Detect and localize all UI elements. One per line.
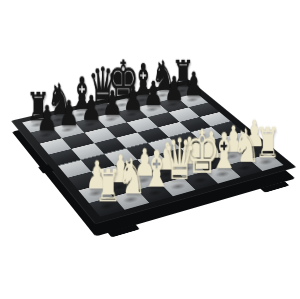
square-a1[interactable]: ♜ bbox=[89, 196, 125, 216]
chess-board: ♜♞♝♛♚♝♞♜♟♟♟♟♟♟♟♟♟♟♟♟♟♟♟♟♜♞♝♛♚♝♞♜ bbox=[11, 80, 297, 225]
board-foot-left bbox=[107, 224, 140, 237]
chess-set-photo: ♜♞♝♛♚♝♞♜♟♟♟♟♟♟♟♟♟♟♟♟♟♟♟♟♜♞♝♛♚♝♞♜ bbox=[0, 0, 300, 299]
board-foot-right bbox=[260, 181, 290, 193]
black-pawn[interactable]: ♟ bbox=[25, 102, 70, 137]
white-rook[interactable]: ♜ bbox=[83, 163, 134, 208]
board-squares: ♜♞♝♛♚♝♞♜♟♟♟♟♟♟♟♟♟♟♟♟♟♟♟♟♜♞♝♛♚♝♞♜ bbox=[22, 84, 283, 216]
